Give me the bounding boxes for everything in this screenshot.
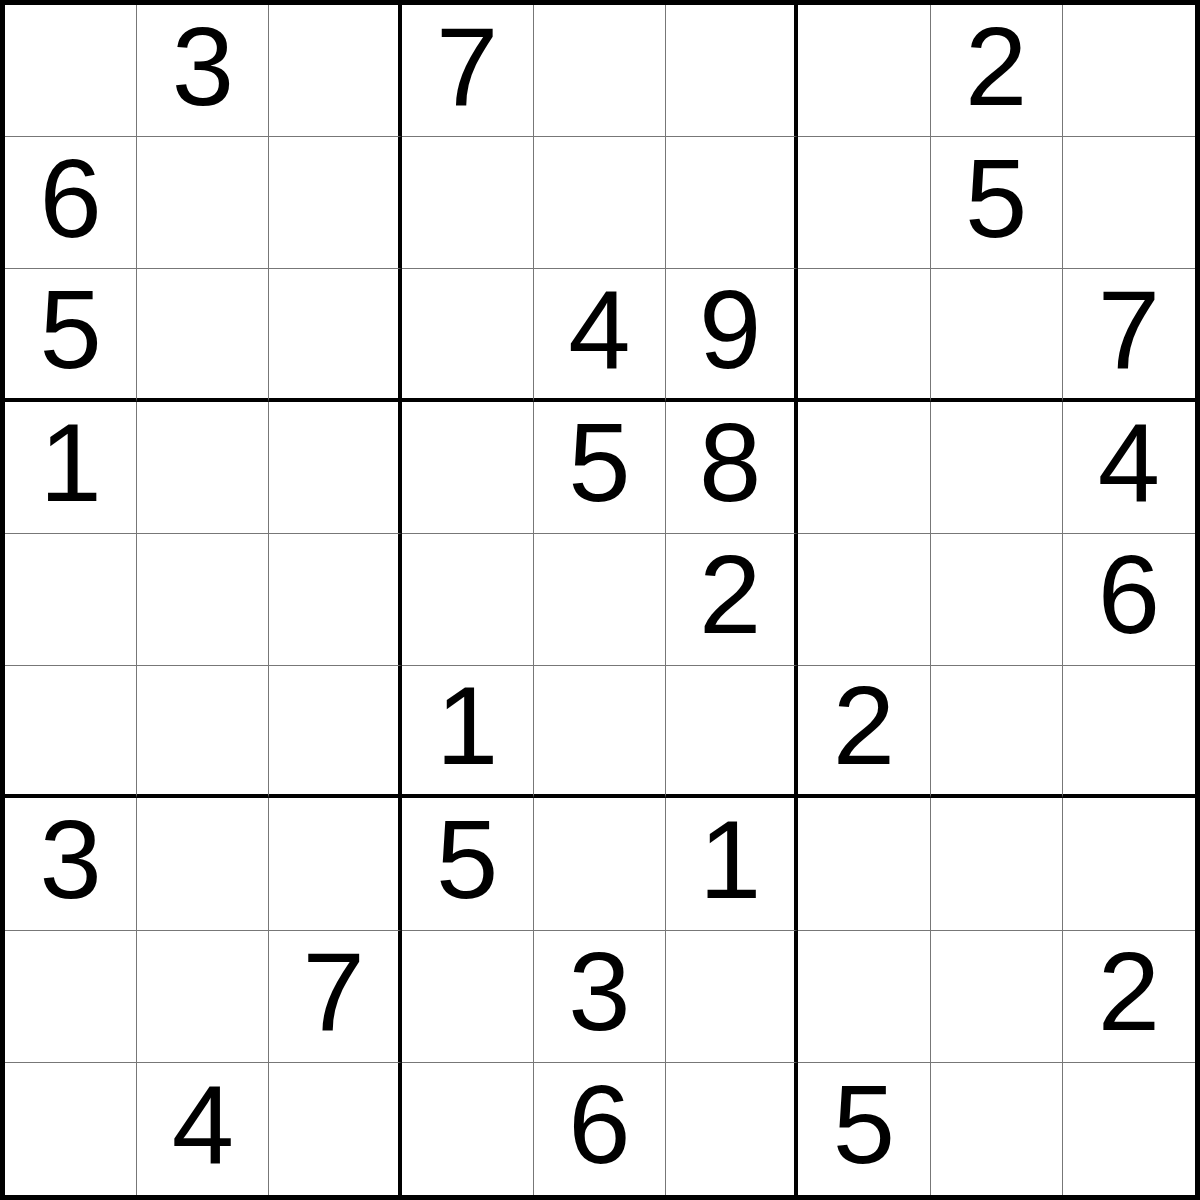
sudoku-board: 37265549715842612351732465 xyxy=(0,0,1200,1200)
cell-r8c1-empty[interactable] xyxy=(5,931,137,1063)
cell-r3c7-empty[interactable] xyxy=(798,269,930,401)
cell-r5c5-empty[interactable] xyxy=(534,534,666,666)
cell-r7c8-empty[interactable] xyxy=(931,798,1063,930)
cell-r1c5-empty[interactable] xyxy=(534,5,666,137)
cell-r9c6-empty[interactable] xyxy=(666,1063,798,1195)
cell-r4c6-given-8[interactable]: 8 xyxy=(666,402,798,534)
cell-r4c7-empty[interactable] xyxy=(798,402,930,534)
cell-r1c2-given-3[interactable]: 3 xyxy=(137,5,269,137)
cell-r6c8-empty[interactable] xyxy=(931,666,1063,798)
cell-r9c9-empty[interactable] xyxy=(1063,1063,1195,1195)
cell-r7c5-empty[interactable] xyxy=(534,798,666,930)
cell-r3c4-empty[interactable] xyxy=(402,269,534,401)
cell-r2c9-empty[interactable] xyxy=(1063,137,1195,269)
cell-r5c8-empty[interactable] xyxy=(931,534,1063,666)
cell-r7c9-empty[interactable] xyxy=(1063,798,1195,930)
cell-r4c2-empty[interactable] xyxy=(137,402,269,534)
cell-r2c1-given-6[interactable]: 6 xyxy=(5,137,137,269)
cell-r2c6-empty[interactable] xyxy=(666,137,798,269)
cell-r5c2-empty[interactable] xyxy=(137,534,269,666)
cell-r1c3-empty[interactable] xyxy=(269,5,401,137)
cell-r1c1-empty[interactable] xyxy=(5,5,137,137)
cell-r1c7-empty[interactable] xyxy=(798,5,930,137)
cell-r5c7-empty[interactable] xyxy=(798,534,930,666)
cell-r3c1-given-5[interactable]: 5 xyxy=(5,269,137,401)
cell-r6c1-empty[interactable] xyxy=(5,666,137,798)
cell-r4c8-empty[interactable] xyxy=(931,402,1063,534)
cell-r7c3-empty[interactable] xyxy=(269,798,401,930)
cell-r8c8-empty[interactable] xyxy=(931,931,1063,1063)
cell-r8c7-empty[interactable] xyxy=(798,931,930,1063)
cell-r7c2-empty[interactable] xyxy=(137,798,269,930)
cell-r6c2-empty[interactable] xyxy=(137,666,269,798)
cell-r3c5-given-4[interactable]: 4 xyxy=(534,269,666,401)
cell-r9c7-given-5[interactable]: 5 xyxy=(798,1063,930,1195)
cell-r2c8-given-5[interactable]: 5 xyxy=(931,137,1063,269)
cell-r5c9-given-6[interactable]: 6 xyxy=(1063,534,1195,666)
cell-r2c2-empty[interactable] xyxy=(137,137,269,269)
cell-r6c7-given-2[interactable]: 2 xyxy=(798,666,930,798)
cell-r5c4-empty[interactable] xyxy=(402,534,534,666)
cell-r5c3-empty[interactable] xyxy=(269,534,401,666)
sudoku-page: 37265549715842612351732465 xyxy=(0,0,1200,1200)
cell-r8c2-empty[interactable] xyxy=(137,931,269,1063)
cell-r4c1-given-1[interactable]: 1 xyxy=(5,402,137,534)
cell-r8c9-given-2[interactable]: 2 xyxy=(1063,931,1195,1063)
cell-r6c4-given-1[interactable]: 1 xyxy=(402,666,534,798)
cell-r8c3-given-7[interactable]: 7 xyxy=(269,931,401,1063)
cell-r8c6-empty[interactable] xyxy=(666,931,798,1063)
cell-r4c9-given-4[interactable]: 4 xyxy=(1063,402,1195,534)
cell-r9c2-given-4[interactable]: 4 xyxy=(137,1063,269,1195)
cell-r8c5-given-3[interactable]: 3 xyxy=(534,931,666,1063)
cell-r7c6-given-1[interactable]: 1 xyxy=(666,798,798,930)
cell-r7c4-given-5[interactable]: 5 xyxy=(402,798,534,930)
cell-r4c3-empty[interactable] xyxy=(269,402,401,534)
cell-r3c8-empty[interactable] xyxy=(931,269,1063,401)
cell-r2c7-empty[interactable] xyxy=(798,137,930,269)
cell-r9c5-given-6[interactable]: 6 xyxy=(534,1063,666,1195)
cell-r5c1-empty[interactable] xyxy=(5,534,137,666)
cell-r3c2-empty[interactable] xyxy=(137,269,269,401)
cell-r9c8-empty[interactable] xyxy=(931,1063,1063,1195)
cell-r4c4-empty[interactable] xyxy=(402,402,534,534)
cell-r2c4-empty[interactable] xyxy=(402,137,534,269)
cell-r6c3-empty[interactable] xyxy=(269,666,401,798)
cell-r1c9-empty[interactable] xyxy=(1063,5,1195,137)
cell-r1c6-empty[interactable] xyxy=(666,5,798,137)
cell-r1c4-given-7[interactable]: 7 xyxy=(402,5,534,137)
cell-r3c6-given-9[interactable]: 9 xyxy=(666,269,798,401)
cell-r1c8-given-2[interactable]: 2 xyxy=(931,5,1063,137)
cell-r4c5-given-5[interactable]: 5 xyxy=(534,402,666,534)
cell-r9c1-empty[interactable] xyxy=(5,1063,137,1195)
cell-r7c7-empty[interactable] xyxy=(798,798,930,930)
cell-r7c1-given-3[interactable]: 3 xyxy=(5,798,137,930)
cell-r6c9-empty[interactable] xyxy=(1063,666,1195,798)
cell-r3c3-empty[interactable] xyxy=(269,269,401,401)
cell-r5c6-given-2[interactable]: 2 xyxy=(666,534,798,666)
cell-r9c4-empty[interactable] xyxy=(402,1063,534,1195)
cell-r8c4-empty[interactable] xyxy=(402,931,534,1063)
cell-r6c6-empty[interactable] xyxy=(666,666,798,798)
cell-r2c5-empty[interactable] xyxy=(534,137,666,269)
cell-r9c3-empty[interactable] xyxy=(269,1063,401,1195)
cell-r2c3-empty[interactable] xyxy=(269,137,401,269)
cell-r3c9-given-7[interactable]: 7 xyxy=(1063,269,1195,401)
cell-r6c5-empty[interactable] xyxy=(534,666,666,798)
